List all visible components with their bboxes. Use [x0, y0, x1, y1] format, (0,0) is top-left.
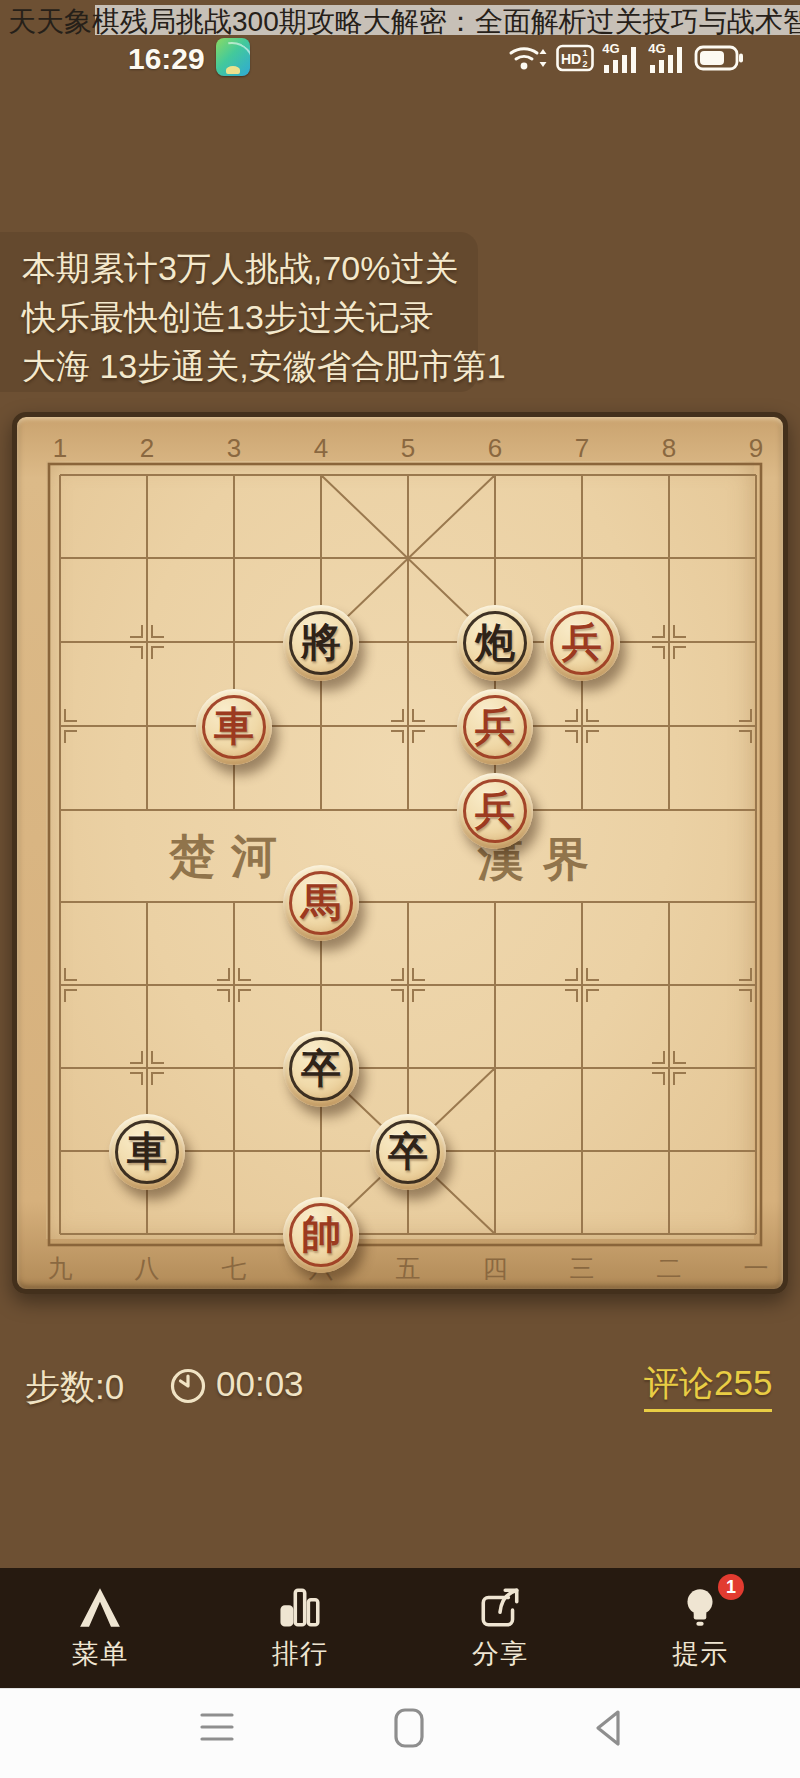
piece-red-soldier[interactable]: 兵	[457, 689, 533, 765]
tab-menu[interactable]: 菜单	[0, 1568, 200, 1688]
piece-black-cannon[interactable]: 炮	[457, 605, 533, 681]
wifi-icon	[508, 41, 548, 75]
hint-bulb-icon	[677, 1584, 723, 1630]
piece-character: 車	[214, 706, 254, 746]
piece-red-chariot[interactable]: 車	[196, 689, 272, 765]
challenge-stats: 本期累计3万人挑战,70%过关 快乐最快创造13步过关记录 大海 13步通关,安…	[22, 244, 506, 391]
piece-character: 兵	[475, 790, 515, 830]
home-icon[interactable]	[396, 1710, 422, 1746]
status-icons: HD 1 2 4G 4G	[508, 40, 744, 76]
ranking-chart-icon	[277, 1584, 323, 1630]
menu-arrow-icon	[77, 1584, 123, 1630]
piece-red-soldier[interactable]: 兵	[457, 773, 533, 849]
tab-share[interactable]: 分享	[400, 1568, 600, 1688]
svg-text:4G: 4G	[602, 41, 619, 56]
tab-ranking-label: 排行	[272, 1636, 328, 1672]
tab-share-label: 分享	[472, 1636, 528, 1672]
piece-character: 炮	[475, 622, 515, 662]
tab-bar: 菜单 排行 分享 1 提示	[0, 1568, 800, 1688]
hint-badge: 1	[718, 1574, 744, 1600]
elapsed-time: 00:03	[216, 1364, 304, 1404]
piece-character: 兵	[562, 622, 602, 662]
piece-black-chariot[interactable]: 車	[109, 1114, 185, 1190]
battery-icon	[694, 44, 744, 72]
recents-icon[interactable]	[202, 1715, 232, 1739]
piece-character: 卒	[388, 1131, 428, 1171]
piece-character: 車	[127, 1131, 167, 1171]
piece-character: 帥	[301, 1214, 341, 1254]
tab-menu-label: 菜单	[72, 1636, 128, 1672]
tab-ranking[interactable]: 排行	[200, 1568, 400, 1688]
move-counter: 步数:0	[25, 1364, 124, 1411]
xiangqi-board[interactable]: 楚河漢界123456789九八七六五四三二一 將炮兵車兵兵馬卒車卒帥	[12, 412, 788, 1294]
svg-text:2: 2	[582, 59, 587, 69]
pieces-layer: 將炮兵車兵兵馬卒車卒帥	[17, 433, 800, 1277]
comments-link[interactable]: 评论255	[644, 1360, 772, 1412]
piece-red-horse[interactable]: 馬	[283, 865, 359, 941]
challenge-line-record: 快乐最快创造13步过关记录	[22, 293, 506, 342]
tab-hint-label: 提示	[672, 1636, 728, 1672]
challenge-line-participants: 本期累计3万人挑战,70%过关	[22, 244, 506, 293]
challenge-line-winner: 大海 13步通关,安徽省合肥市第1	[22, 342, 506, 391]
piece-character: 馬	[301, 882, 341, 922]
signal-4g-icon-2: 4G	[648, 41, 686, 75]
page-title: 天天象棋残局挑战300期攻略大解密：全面解析过关技巧与战术智慧	[8, 6, 800, 38]
svg-text:1: 1	[582, 48, 587, 58]
share-icon	[477, 1584, 523, 1630]
piece-red-soldier[interactable]: 兵	[544, 605, 620, 681]
svg-text:HD: HD	[561, 51, 581, 67]
app-icon	[216, 38, 250, 76]
piece-character: 卒	[301, 1048, 341, 1088]
tab-hint[interactable]: 1 提示	[600, 1568, 800, 1688]
android-nav-bar	[0, 1688, 800, 1778]
clock-icon	[168, 1365, 208, 1405]
piece-character: 將	[301, 622, 341, 662]
svg-text:4G: 4G	[648, 41, 665, 56]
back-icon[interactable]	[598, 1712, 618, 1744]
piece-black-soldier[interactable]: 卒	[283, 1031, 359, 1107]
piece-red-general[interactable]: 帥	[283, 1197, 359, 1273]
hd-volte-icon: HD 1 2	[556, 43, 594, 73]
signal-4g-icon: 4G	[602, 41, 640, 75]
piece-black-general[interactable]: 將	[283, 605, 359, 681]
piece-character: 兵	[475, 706, 515, 746]
piece-black-soldier[interactable]: 卒	[370, 1114, 446, 1190]
status-time: 16:29	[128, 42, 205, 76]
